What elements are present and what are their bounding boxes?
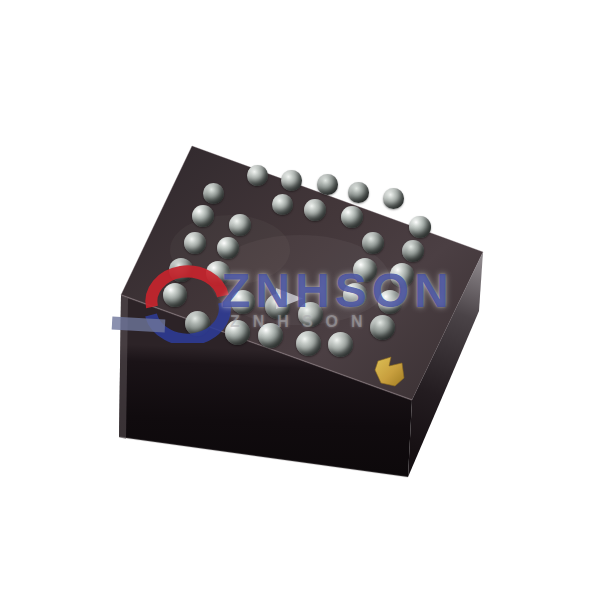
watermark-text: ZNHSON — [221, 267, 454, 315]
product-photo: ZNHSON ZNHSON — [0, 0, 600, 600]
watermark: ZNHSON ZNHSON — [0, 0, 600, 600]
logo-red-arc — [151, 271, 223, 307]
watermark-subtext: ZNHSON — [230, 314, 376, 330]
watermark-logo-tail — [112, 317, 166, 333]
